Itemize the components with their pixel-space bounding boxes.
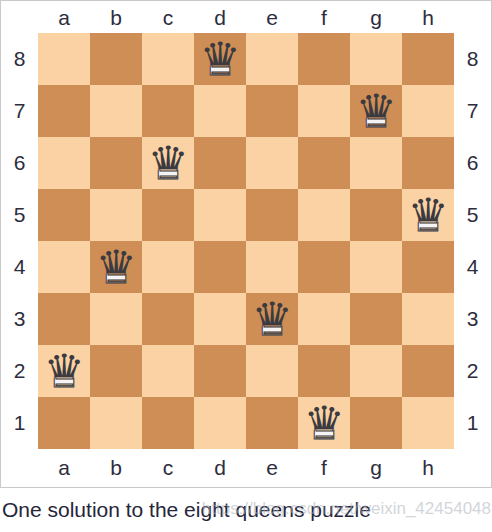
rank-labels-right: 87654321 — [454, 33, 491, 449]
file-label-g-bottom: g — [350, 457, 402, 478]
square-h7[interactable] — [402, 85, 454, 137]
file-label-f-top: f — [298, 7, 350, 28]
square-g7[interactable]: ♛♛ — [350, 85, 402, 137]
file-label-c-top: c — [142, 7, 194, 28]
square-c7[interactable] — [142, 85, 194, 137]
square-c1[interactable] — [142, 397, 194, 449]
square-b7[interactable] — [90, 85, 142, 137]
chess-board: ♛♛♛♛♛♛♛♛♛♛♛♛♛♛♛♛ — [38, 33, 454, 449]
file-label-a-top: a — [38, 7, 90, 28]
square-a1[interactable] — [38, 397, 90, 449]
queen-c6: ♛♛ — [142, 137, 194, 189]
rank-label-3-left: 3 — [1, 293, 38, 345]
square-c6[interactable]: ♛♛ — [142, 137, 194, 189]
square-c4[interactable] — [142, 241, 194, 293]
queen-e3: ♛♛ — [246, 293, 298, 345]
square-h1[interactable] — [402, 397, 454, 449]
rank-label-8-right: 8 — [454, 33, 491, 85]
square-a6[interactable] — [38, 137, 90, 189]
rank-label-4-right: 4 — [454, 241, 491, 293]
square-b8[interactable] — [90, 33, 142, 85]
rank-label-6-left: 6 — [1, 137, 38, 189]
rank-label-3-right: 3 — [454, 293, 491, 345]
square-h4[interactable] — [402, 241, 454, 293]
square-f4[interactable] — [298, 241, 350, 293]
rank-label-2-left: 2 — [1, 345, 38, 397]
square-a4[interactable] — [38, 241, 90, 293]
square-d5[interactable] — [194, 189, 246, 241]
square-c5[interactable] — [142, 189, 194, 241]
rank-label-8-left: 8 — [1, 33, 38, 85]
square-f7[interactable] — [298, 85, 350, 137]
square-g3[interactable] — [350, 293, 402, 345]
square-g6[interactable] — [350, 137, 402, 189]
file-label-d-bottom: d — [194, 457, 246, 478]
square-d8[interactable]: ♛♛ — [194, 33, 246, 85]
file-label-c-bottom: c — [142, 457, 194, 478]
square-b1[interactable] — [90, 397, 142, 449]
file-labels-top: abcdefgh — [1, 1, 491, 33]
rank-label-7-right: 7 — [454, 85, 491, 137]
file-label-b-bottom: b — [90, 457, 142, 478]
square-h6[interactable] — [402, 137, 454, 189]
square-e6[interactable] — [246, 137, 298, 189]
rank-label-2-right: 2 — [454, 345, 491, 397]
square-h2[interactable] — [402, 345, 454, 397]
square-f8[interactable] — [298, 33, 350, 85]
square-d3[interactable] — [194, 293, 246, 345]
file-label-e-top: e — [246, 7, 298, 28]
square-f5[interactable] — [298, 189, 350, 241]
file-label-g-top: g — [350, 7, 402, 28]
figure-caption: One solution to the eight queens puzzle — [0, 498, 371, 522]
square-e1[interactable] — [246, 397, 298, 449]
square-e8[interactable] — [246, 33, 298, 85]
file-label-h-bottom: h — [402, 457, 454, 478]
square-f1[interactable]: ♛♛ — [298, 397, 350, 449]
rank-labels-left: 87654321 — [1, 33, 38, 449]
queen-a2: ♛♛ — [38, 345, 90, 397]
square-h3[interactable] — [402, 293, 454, 345]
rank-label-1-right: 1 — [454, 397, 491, 449]
square-f3[interactable] — [298, 293, 350, 345]
square-b6[interactable] — [90, 137, 142, 189]
square-c2[interactable] — [142, 345, 194, 397]
square-a3[interactable] — [38, 293, 90, 345]
file-labels-bottom: abcdefgh — [1, 449, 491, 485]
square-d4[interactable] — [194, 241, 246, 293]
board-middle: 87654321 ♛♛♛♛♛♛♛♛♛♛♛♛♛♛♛♛ 87654321 — [1, 33, 491, 449]
square-g2[interactable] — [350, 345, 402, 397]
square-c8[interactable] — [142, 33, 194, 85]
square-d6[interactable] — [194, 137, 246, 189]
square-a7[interactable] — [38, 85, 90, 137]
file-label-f-bottom: f — [298, 457, 350, 478]
rank-label-5-right: 5 — [454, 189, 491, 241]
queen-h5: ♛♛ — [402, 189, 454, 241]
queen-f1: ♛♛ — [298, 397, 350, 449]
square-b4[interactable]: ♛♛ — [90, 241, 142, 293]
chess-diagram: abcdefgh 87654321 ♛♛♛♛♛♛♛♛♛♛♛♛♛♛♛♛ 87654… — [0, 0, 492, 488]
file-label-h-top: h — [402, 7, 454, 28]
square-g5[interactable] — [350, 189, 402, 241]
square-e7[interactable] — [246, 85, 298, 137]
square-e3[interactable]: ♛♛ — [246, 293, 298, 345]
square-b3[interactable] — [90, 293, 142, 345]
rank-label-6-right: 6 — [454, 137, 491, 189]
square-c3[interactable] — [142, 293, 194, 345]
square-h5[interactable]: ♛♛ — [402, 189, 454, 241]
square-b2[interactable] — [90, 345, 142, 397]
square-d7[interactable] — [194, 85, 246, 137]
square-a2[interactable]: ♛♛ — [38, 345, 90, 397]
square-e5[interactable] — [246, 189, 298, 241]
queen-d8: ♛♛ — [194, 33, 246, 85]
rank-label-5-left: 5 — [1, 189, 38, 241]
file-label-e-bottom: e — [246, 457, 298, 478]
queen-b4: ♛♛ — [90, 241, 142, 293]
square-f2[interactable] — [298, 345, 350, 397]
square-a5[interactable] — [38, 189, 90, 241]
square-g8[interactable] — [350, 33, 402, 85]
square-f6[interactable] — [298, 137, 350, 189]
square-b5[interactable] — [90, 189, 142, 241]
eight-queens-figure: abcdefgh 87654321 ♛♛♛♛♛♛♛♛♛♛♛♛♛♛♛♛ 87654… — [0, 0, 492, 532]
rank-label-1-left: 1 — [1, 397, 38, 449]
square-g4[interactable] — [350, 241, 402, 293]
file-label-b-top: b — [90, 7, 142, 28]
rank-label-4-left: 4 — [1, 241, 38, 293]
square-e2[interactable] — [246, 345, 298, 397]
square-h8[interactable] — [402, 33, 454, 85]
square-a8[interactable] — [38, 33, 90, 85]
square-d1[interactable] — [194, 397, 246, 449]
rank-label-7-left: 7 — [1, 85, 38, 137]
queen-g7: ♛♛ — [350, 85, 402, 137]
square-g1[interactable] — [350, 397, 402, 449]
file-label-a-bottom: a — [38, 457, 90, 478]
caption-row: One solution to the eight queens puzzle … — [0, 488, 492, 531]
square-e4[interactable] — [246, 241, 298, 293]
square-d2[interactable] — [194, 345, 246, 397]
file-label-d-top: d — [194, 7, 246, 28]
